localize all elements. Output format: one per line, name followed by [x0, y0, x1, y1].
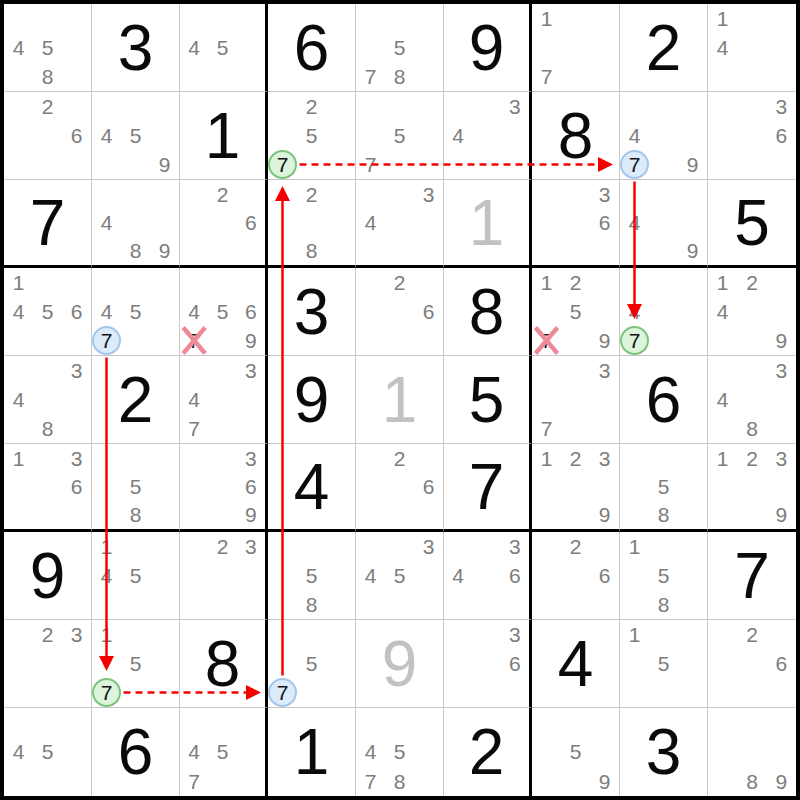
cell-r4c9[interactable]: 1249	[708, 268, 796, 356]
candidate-6[interactable]: 6	[501, 649, 529, 678]
candidate-8[interactable]: 8	[121, 237, 150, 265]
solved-digit: 8	[532, 92, 619, 179]
candidate-6[interactable]: 6	[62, 297, 91, 326]
candidate-grid: 12579	[532, 268, 619, 355]
candidate-2[interactable]: 2	[297, 180, 326, 208]
candidate-5[interactable]: 5	[121, 297, 150, 326]
candidate-2[interactable]: 2	[737, 620, 766, 649]
solved-digit: 2	[444, 708, 529, 796]
cell-r1c8[interactable]: 2	[620, 4, 708, 92]
candidate-grid: 45	[180, 4, 265, 91]
candidate-grid: 26	[708, 620, 796, 707]
candidate-grid: 369	[180, 444, 265, 529]
cell-r6c9[interactable]: 1239	[708, 444, 796, 532]
chain-node-blue-r4c2[interactable]: 7	[92, 326, 121, 355]
candidate-4[interactable]: 4	[180, 385, 208, 414]
candidate-2[interactable]: 2	[737, 268, 766, 297]
chain-node-blue-r8c4[interactable]: 7	[268, 678, 297, 707]
cell-r4c3[interactable]: 45679	[180, 268, 268, 356]
eliminated-candidate-7[interactable]: 7	[180, 326, 208, 355]
candidate-grid: 1239	[532, 444, 619, 529]
cell-r3c2[interactable]: 489	[92, 180, 180, 268]
solved-digit: 4	[532, 620, 619, 707]
candidate-8[interactable]: 8	[649, 501, 678, 529]
cell-r6c6[interactable]: 7	[444, 444, 532, 532]
candidate-5[interactable]: 5	[385, 121, 414, 150]
candidate-grid: 1456	[4, 268, 91, 355]
solved-digit: 9	[444, 4, 529, 91]
sudoku-grid: 4583456578917214264591257573484793674892…	[4, 4, 796, 796]
chain-node-green-r8c2[interactable]: 7	[92, 678, 121, 707]
candidate-5[interactable]: 5	[649, 561, 678, 590]
cell-r3c1[interactable]: 7	[4, 180, 92, 268]
candidate-4[interactable]: 4	[708, 33, 737, 62]
candidate-5[interactable]: 5	[649, 649, 678, 678]
solved-digit: 9	[268, 356, 355, 443]
solved-digit: 7	[708, 532, 796, 619]
candidate-2[interactable]: 2	[385, 268, 414, 297]
solved-digit: 2	[620, 4, 707, 91]
candidate-8[interactable]: 8	[33, 414, 62, 443]
cell-r2c1[interactable]: 26	[4, 92, 92, 180]
candidate-6[interactable]: 6	[414, 472, 443, 500]
candidate-1[interactable]: 1	[4, 268, 33, 297]
cell-r5c3[interactable]: 347	[180, 356, 268, 444]
candidate-3[interactable]: 3	[237, 532, 265, 561]
candidate-8[interactable]: 8	[297, 590, 326, 619]
cell-r3c4[interactable]: 28	[268, 180, 356, 268]
cell-r1c7[interactable]: 17	[532, 4, 620, 92]
cell-r1c9[interactable]: 14	[708, 4, 796, 92]
candidate-6[interactable]: 6	[237, 472, 265, 500]
candidate-9[interactable]: 9	[150, 237, 179, 265]
candidate-9[interactable]: 9	[678, 237, 707, 265]
cell-r5c2[interactable]: 2	[92, 356, 180, 444]
candidate-5[interactable]: 5	[649, 472, 678, 500]
candidate-2[interactable]: 2	[561, 532, 590, 561]
candidate-4[interactable]: 4	[4, 737, 33, 766]
candidate-9[interactable]: 9	[590, 326, 619, 355]
candidate-5[interactable]: 5	[297, 561, 326, 590]
candidate-grid: 489	[92, 180, 179, 265]
candidate-3[interactable]: 3	[414, 532, 443, 561]
candidate-6[interactable]: 6	[237, 208, 265, 236]
cell-r3c5[interactable]: 34	[356, 180, 444, 268]
cell-r2c3[interactable]: 1	[180, 92, 268, 180]
candidate-5[interactable]: 5	[561, 737, 590, 766]
candidate-5[interactable]: 5	[385, 737, 414, 766]
candidate-8[interactable]: 8	[33, 62, 62, 91]
solved-digit-gray: 1	[444, 180, 529, 265]
candidate-5[interactable]: 5	[297, 649, 326, 678]
cell-r9c6[interactable]: 2	[444, 708, 532, 796]
candidate-8[interactable]: 8	[385, 62, 414, 91]
candidate-9[interactable]: 9	[678, 150, 707, 179]
cell-r8c3[interactable]: 8	[180, 620, 268, 708]
cell-r5c9[interactable]: 348	[708, 356, 796, 444]
candidate-grid: 348	[708, 356, 796, 443]
candidate-grid: 26	[356, 444, 443, 529]
candidate-grid: 346	[444, 532, 529, 619]
candidate-4[interactable]: 4	[4, 297, 33, 326]
cell-r2c7[interactable]: 8	[532, 92, 620, 180]
candidate-grid: 17	[532, 4, 619, 91]
cell-r8c9[interactable]: 26	[708, 620, 796, 708]
candidate-grid: 347	[180, 356, 265, 443]
candidate-grid: 37	[532, 356, 619, 443]
solved-digit: 7	[4, 180, 91, 265]
candidate-3[interactable]: 3	[501, 620, 529, 649]
candidate-1[interactable]: 1	[620, 620, 649, 649]
candidate-grid: 158	[620, 532, 707, 619]
candidate-grid: 1239	[708, 444, 796, 529]
cell-r4c1[interactable]: 1456	[4, 268, 92, 356]
candidate-grid: 457	[180, 708, 265, 796]
candidate-grid: 1249	[708, 268, 796, 355]
cell-r1c4[interactable]: 6	[268, 4, 356, 92]
candidate-8[interactable]: 8	[121, 501, 150, 529]
candidate-8[interactable]: 8	[297, 237, 326, 265]
cell-r7c8[interactable]: 158	[620, 532, 708, 620]
candidate-grid: 34	[444, 92, 529, 179]
cell-r4c2[interactable]: 457	[92, 268, 180, 356]
chain-node-blue-r2c8[interactable]: 7	[620, 150, 649, 179]
candidate-grid: 59	[532, 708, 619, 796]
cell-r1c5[interactable]: 578	[356, 4, 444, 92]
cell-r9c4[interactable]: 1	[268, 708, 356, 796]
candidate-3[interactable]: 3	[62, 620, 91, 649]
cell-r9c1[interactable]: 45	[4, 708, 92, 796]
candidate-6[interactable]: 6	[767, 121, 796, 150]
cell-r8c2[interactable]: 157	[92, 620, 180, 708]
solved-digit: 1	[180, 92, 265, 179]
candidate-grid: 479	[620, 92, 707, 179]
candidate-7[interactable]: 7	[180, 767, 208, 796]
cell-r3c9[interactable]: 5	[708, 180, 796, 268]
candidate-4[interactable]: 4	[620, 208, 649, 236]
candidate-grid: 49	[620, 180, 707, 265]
cell-r7c9[interactable]: 7	[708, 532, 796, 620]
candidate-grid: 36	[532, 180, 619, 265]
candidate-4[interactable]: 4	[356, 737, 385, 766]
candidate-1[interactable]: 1	[92, 620, 121, 649]
candidate-grid: 89	[708, 708, 796, 796]
cell-r7c1[interactable]: 9	[4, 532, 92, 620]
candidate-3[interactable]: 3	[62, 356, 91, 385]
cell-r2c5[interactable]: 57	[356, 92, 444, 180]
candidate-grid: 26	[356, 268, 443, 355]
cell-r1c6[interactable]: 9	[444, 4, 532, 92]
candidate-grid: 57	[356, 92, 443, 179]
candidate-3[interactable]: 3	[501, 92, 529, 121]
cell-r9c2[interactable]: 6	[92, 708, 180, 796]
candidate-5[interactable]: 5	[33, 33, 62, 62]
candidate-3[interactable]: 3	[62, 444, 91, 472]
cell-r5c8[interactable]: 6	[620, 356, 708, 444]
candidate-1[interactable]: 1	[532, 444, 561, 472]
candidate-3[interactable]: 3	[237, 444, 265, 472]
cell-r8c6[interactable]: 36	[444, 620, 532, 708]
cell-r3c6[interactable]: 1	[444, 180, 532, 268]
candidate-9[interactable]: 9	[590, 767, 619, 796]
cell-r9c8[interactable]: 3	[620, 708, 708, 796]
cell-r3c3[interactable]: 26	[180, 180, 268, 268]
candidate-5[interactable]: 5	[121, 472, 150, 500]
candidate-6[interactable]: 6	[590, 208, 619, 236]
cell-r6c4[interactable]: 4	[268, 444, 356, 532]
candidate-2[interactable]: 2	[208, 532, 236, 561]
candidate-6[interactable]: 6	[62, 121, 91, 150]
solved-digit: 2	[92, 356, 179, 443]
candidate-6[interactable]: 6	[590, 561, 619, 590]
candidate-2[interactable]: 2	[297, 92, 326, 121]
candidate-4[interactable]: 4	[620, 297, 649, 326]
candidate-5[interactable]: 5	[385, 33, 414, 62]
candidate-grid: 47	[620, 268, 707, 355]
cell-r6c7[interactable]: 1239	[532, 444, 620, 532]
candidate-7[interactable]: 7	[532, 62, 561, 91]
cell-r8c4[interactable]: 57	[268, 620, 356, 708]
candidate-1[interactable]: 1	[532, 4, 561, 33]
candidate-grid: 26	[180, 180, 265, 265]
candidate-9[interactable]: 9	[767, 501, 796, 529]
cell-r7c5[interactable]: 345	[356, 532, 444, 620]
cell-r5c1[interactable]: 348	[4, 356, 92, 444]
candidate-5[interactable]: 5	[121, 649, 150, 678]
cell-r4c8[interactable]: 47	[620, 268, 708, 356]
candidate-7[interactable]: 7	[532, 414, 561, 443]
candidate-5[interactable]: 5	[385, 561, 414, 590]
solved-digit: 7	[444, 444, 529, 529]
candidate-grid: 15	[620, 620, 707, 707]
cell-r6c2[interactable]: 58	[92, 444, 180, 532]
candidate-4[interactable]: 4	[4, 33, 33, 62]
candidate-9[interactable]: 9	[590, 501, 619, 529]
cell-r2c2[interactable]: 459	[92, 92, 180, 180]
candidate-2[interactable]: 2	[737, 444, 766, 472]
candidate-grid: 28	[268, 180, 355, 265]
candidate-5[interactable]: 5	[33, 297, 62, 326]
cell-r4c5[interactable]: 26	[356, 268, 444, 356]
candidate-4[interactable]: 4	[708, 385, 737, 414]
cell-r8c7[interactable]: 4	[532, 620, 620, 708]
candidate-grid: 23	[180, 532, 265, 619]
candidate-2[interactable]: 2	[208, 180, 236, 208]
candidate-4[interactable]: 4	[92, 561, 121, 590]
candidate-8[interactable]: 8	[737, 767, 766, 796]
candidate-4[interactable]: 4	[4, 385, 33, 414]
candidate-7[interactable]: 7	[180, 414, 208, 443]
solved-digit-gray: 1	[356, 356, 443, 443]
cell-r6c3[interactable]: 369	[180, 444, 268, 532]
candidate-3[interactable]: 3	[414, 180, 443, 208]
cell-r4c6[interactable]: 8	[444, 268, 532, 356]
candidate-3[interactable]: 3	[237, 356, 265, 385]
candidate-8[interactable]: 8	[385, 767, 414, 796]
candidate-grid: 14	[708, 4, 796, 91]
candidate-1[interactable]: 1	[532, 268, 561, 297]
solved-digit: 8	[444, 268, 529, 355]
candidate-1[interactable]: 1	[92, 532, 121, 561]
chain-node-green-r4c8[interactable]: 7	[620, 326, 649, 355]
cell-r6c1[interactable]: 136	[4, 444, 92, 532]
candidate-grid: 348	[4, 356, 91, 443]
candidate-grid: 345	[356, 532, 443, 619]
cell-r7c2[interactable]: 145	[92, 532, 180, 620]
candidate-grid: 458	[4, 4, 91, 91]
candidate-2[interactable]: 2	[561, 268, 590, 297]
candidate-2[interactable]: 2	[33, 620, 62, 649]
candidate-grid: 36	[708, 92, 796, 179]
candidate-6[interactable]: 6	[501, 561, 529, 590]
candidate-4[interactable]: 4	[620, 121, 649, 150]
cell-r5c4[interactable]: 9	[268, 356, 356, 444]
candidate-1[interactable]: 1	[708, 4, 737, 33]
candidate-grid: 36	[444, 620, 529, 707]
candidate-5[interactable]: 5	[208, 297, 236, 326]
solved-digit: 3	[620, 708, 707, 796]
candidate-1[interactable]: 1	[708, 268, 737, 297]
candidate-grid: 26	[532, 532, 619, 619]
cell-r3c7[interactable]: 36	[532, 180, 620, 268]
candidate-4[interactable]: 4	[356, 561, 385, 590]
candidate-4[interactable]: 4	[180, 33, 208, 62]
solved-digit: 8	[180, 620, 265, 707]
candidate-3[interactable]: 3	[590, 356, 619, 385]
sudoku-board: 4583456578917214264591257573484793674892…	[0, 0, 800, 800]
cell-r8c1[interactable]: 23	[4, 620, 92, 708]
candidate-3[interactable]: 3	[767, 444, 796, 472]
cell-r7c4[interactable]: 58	[268, 532, 356, 620]
candidate-grid: 58	[92, 444, 179, 529]
candidate-grid: 457	[92, 268, 179, 355]
cell-r2c6[interactable]: 34	[444, 92, 532, 180]
cell-r9c7[interactable]: 59	[532, 708, 620, 796]
candidate-5[interactable]: 5	[561, 297, 590, 326]
candidate-4[interactable]: 4	[92, 121, 121, 150]
candidate-3[interactable]: 3	[767, 356, 796, 385]
solved-digit: 9	[4, 532, 91, 619]
candidate-grid: 57	[268, 620, 355, 707]
candidate-grid: 145	[92, 532, 179, 619]
cell-r4c4[interactable]: 3	[268, 268, 356, 356]
candidate-grid: 459	[92, 92, 179, 179]
candidate-2[interactable]: 2	[33, 92, 62, 121]
candidate-grid: 34	[356, 180, 443, 265]
candidate-6[interactable]: 6	[414, 297, 443, 326]
cell-r7c6[interactable]: 346	[444, 532, 532, 620]
chain-node-green-r2c4[interactable]: 7	[268, 150, 297, 179]
candidate-4[interactable]: 4	[180, 737, 208, 766]
cell-r1c1[interactable]: 458	[4, 4, 92, 92]
candidate-1[interactable]: 1	[620, 532, 649, 561]
candidate-7[interactable]: 7	[356, 62, 385, 91]
candidate-9[interactable]: 9	[237, 326, 265, 355]
candidate-grid: 58	[620, 444, 707, 529]
candidate-2[interactable]: 2	[385, 444, 414, 472]
candidate-4[interactable]: 4	[444, 561, 472, 590]
candidate-3[interactable]: 3	[501, 532, 529, 561]
candidate-1[interactable]: 1	[708, 444, 737, 472]
cell-r1c2[interactable]: 3	[92, 4, 180, 92]
candidate-grid: 45	[4, 708, 91, 796]
candidate-4[interactable]: 4	[92, 208, 121, 236]
cell-r2c8[interactable]: 479	[620, 92, 708, 180]
candidate-4[interactable]: 4	[92, 297, 121, 326]
candidate-9[interactable]: 9	[150, 150, 179, 179]
cell-r5c7[interactable]: 37	[532, 356, 620, 444]
candidate-5[interactable]: 5	[297, 121, 326, 150]
candidate-7[interactable]: 7	[356, 767, 385, 796]
candidate-9[interactable]: 9	[237, 501, 265, 529]
candidate-5[interactable]: 5	[121, 121, 150, 150]
candidate-6[interactable]: 6	[62, 472, 91, 500]
candidate-4[interactable]: 4	[444, 121, 472, 150]
cell-r2c4[interactable]: 257	[268, 92, 356, 180]
cell-r5c5[interactable]: 1	[356, 356, 444, 444]
cell-r9c9[interactable]: 89	[708, 708, 796, 796]
cell-r9c3[interactable]: 457	[180, 708, 268, 796]
cell-r6c8[interactable]: 58	[620, 444, 708, 532]
cell-r2c9[interactable]: 36	[708, 92, 796, 180]
candidate-6[interactable]: 6	[237, 297, 265, 326]
candidate-9[interactable]: 9	[767, 767, 796, 796]
solved-digit: 6	[92, 708, 179, 796]
cell-r8c5[interactable]: 9	[356, 620, 444, 708]
candidate-5[interactable]: 5	[121, 561, 150, 590]
candidate-7[interactable]: 7	[356, 150, 385, 179]
candidate-grid: 58	[268, 532, 355, 619]
solved-digit: 6	[620, 356, 707, 443]
candidate-3[interactable]: 3	[767, 92, 796, 121]
candidate-grid: 45679	[180, 268, 265, 355]
solved-digit: 3	[268, 268, 355, 355]
cell-r5c6[interactable]: 5	[444, 356, 532, 444]
cell-r1c3[interactable]: 45	[180, 4, 268, 92]
cell-r3c8[interactable]: 49	[620, 180, 708, 268]
candidate-5[interactable]: 5	[33, 737, 62, 766]
candidate-5[interactable]: 5	[208, 33, 236, 62]
candidate-6[interactable]: 6	[767, 649, 796, 678]
candidate-8[interactable]: 8	[737, 414, 766, 443]
candidate-4[interactable]: 4	[180, 297, 208, 326]
cell-r4c7[interactable]: 12579	[532, 268, 620, 356]
candidate-4[interactable]: 4	[356, 208, 385, 236]
candidate-9[interactable]: 9	[767, 326, 796, 355]
candidate-grid: 136	[4, 444, 91, 529]
solved-digit: 4	[268, 444, 355, 529]
cell-r6c5[interactable]: 26	[356, 444, 444, 532]
candidate-3[interactable]: 3	[590, 444, 619, 472]
candidate-grid: 23	[4, 620, 91, 707]
candidate-5[interactable]: 5	[208, 737, 236, 766]
candidate-2[interactable]: 2	[561, 444, 590, 472]
candidate-4[interactable]: 4	[708, 297, 737, 326]
candidate-3[interactable]: 3	[590, 180, 619, 208]
solved-digit: 3	[92, 4, 179, 91]
solved-digit: 6	[268, 4, 355, 91]
candidate-grid: 26	[4, 92, 91, 179]
cell-r7c7[interactable]: 26	[532, 532, 620, 620]
solved-digit: 1	[268, 708, 355, 796]
candidate-8[interactable]: 8	[649, 590, 678, 619]
candidate-1[interactable]: 1	[4, 444, 33, 472]
cell-r9c5[interactable]: 4578	[356, 708, 444, 796]
solved-digit: 5	[444, 356, 529, 443]
eliminated-candidate-7[interactable]: 7	[532, 326, 561, 355]
cell-r7c3[interactable]: 23	[180, 532, 268, 620]
cell-r8c8[interactable]: 15	[620, 620, 708, 708]
